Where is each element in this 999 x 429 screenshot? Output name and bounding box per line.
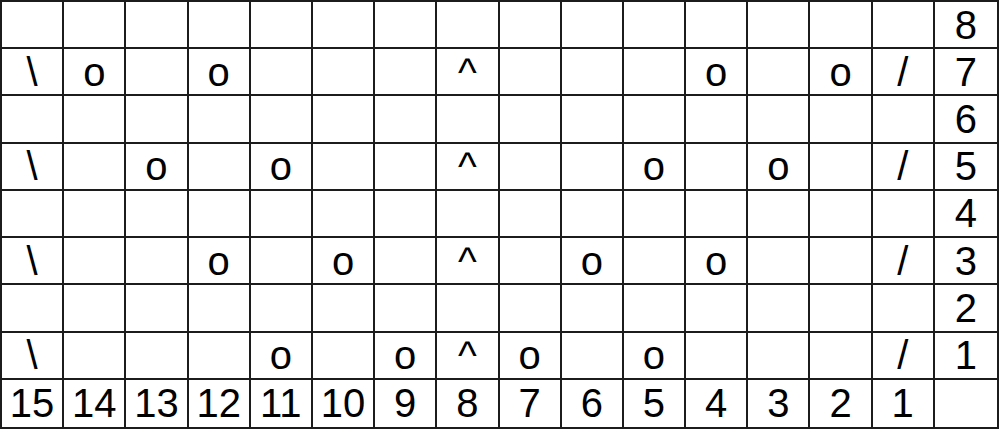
chart-cell-r8-c4	[686, 2, 748, 49]
cell-glyph: o	[581, 241, 603, 281]
chart-cell-r2-c2	[810, 285, 872, 332]
chart-cell-r2-c6	[562, 285, 624, 332]
cell-glyph: o	[705, 241, 727, 281]
chart-cell-r8-c7	[500, 2, 562, 49]
chart-cell-r7-c9	[375, 49, 437, 96]
chart-cell-r5-c14	[64, 144, 126, 191]
chart-cell-r3-c6: o	[562, 238, 624, 285]
chart-cell-r3-c1: /	[873, 238, 935, 285]
chart-cell-r2-c11	[251, 285, 313, 332]
chart-cell-r6-c14	[64, 96, 126, 143]
cell-glyph: 6	[955, 99, 977, 139]
cell-glyph: 5	[643, 383, 665, 423]
cell-glyph: o	[394, 335, 416, 375]
cell-glyph: 1	[955, 335, 977, 375]
chart-cell-r7-c8: ^	[437, 49, 499, 96]
chart-cell-r2-c12	[189, 285, 251, 332]
chart-cell-r7-c1: /	[873, 49, 935, 96]
chart-cell-r4-c8	[437, 191, 499, 238]
chart-cell-r5-c12	[189, 144, 251, 191]
chart-cell-r6-c6	[562, 96, 624, 143]
chart-cell-r4-c15	[2, 191, 64, 238]
chart-cell-r6-c12	[189, 96, 251, 143]
chart-cell-r2-c15	[2, 285, 64, 332]
cell-glyph: o	[643, 335, 665, 375]
chart-cell-r6-c4	[686, 96, 748, 143]
chart-cell-r3-c11	[251, 238, 313, 285]
cell-glyph: 15	[10, 383, 55, 423]
chart-cell-r5-c13: o	[126, 144, 188, 191]
chart-cell-r1-c1: /	[873, 333, 935, 380]
chart-cell-r8-c15	[2, 2, 64, 49]
chart-cell-r3-c9	[375, 238, 437, 285]
chart-cell-r6-c8	[437, 96, 499, 143]
chart-cell-r1-c4	[686, 333, 748, 380]
chart-cell-r1-c5: o	[624, 333, 686, 380]
chart-cell-r1-c9: o	[375, 333, 437, 380]
chart-cell-r5-c9	[375, 144, 437, 191]
chart-cell-r8-c9	[375, 2, 437, 49]
chart-cell-r5-c3: o	[748, 144, 810, 191]
chart-cell-r1-c10	[313, 333, 375, 380]
chart-cell-r8-c5	[624, 2, 686, 49]
chart-cell-r6-c5	[624, 96, 686, 143]
cell-glyph: o	[208, 52, 230, 92]
chart-cell-r8-c2	[810, 2, 872, 49]
chart-cell-r3-c5	[624, 238, 686, 285]
chart-cell-r2-c7	[500, 285, 562, 332]
chart-cell-r4-c3	[748, 191, 810, 238]
cell-glyph: /	[897, 146, 908, 186]
col-label-3: 3	[748, 380, 810, 427]
chart-cell-r7-c7	[500, 49, 562, 96]
chart-cell-r1-c3	[748, 333, 810, 380]
cell-glyph: ^	[458, 335, 477, 375]
chart-cell-r3-c4: o	[686, 238, 748, 285]
row-label-7: 7	[935, 49, 997, 96]
col-label-5: 5	[624, 380, 686, 427]
row-label-5: 5	[935, 144, 997, 191]
chart-cell-r2-c13	[126, 285, 188, 332]
col-label-4: 4	[686, 380, 748, 427]
chart-cell-r4-c10	[313, 191, 375, 238]
cell-glyph: \	[27, 52, 38, 92]
chart-cell-r7-c2: o	[810, 49, 872, 96]
cell-glyph: o	[518, 335, 540, 375]
chart-cell-r5-c15: \	[2, 144, 64, 191]
chart-cell-r8-c6	[562, 2, 624, 49]
cell-glyph: 7	[955, 52, 977, 92]
cell-glyph: o	[705, 52, 727, 92]
chart-cell-r6-c9	[375, 96, 437, 143]
chart-cell-r7-c13	[126, 49, 188, 96]
cell-glyph: o	[208, 241, 230, 281]
col-label-14: 14	[64, 380, 126, 427]
row-label-6: 6	[935, 96, 997, 143]
chart-cell-r3-c10: o	[313, 238, 375, 285]
chart-cell-r7-c11	[251, 49, 313, 96]
cell-glyph: o	[643, 146, 665, 186]
chart-cell-r2-c10	[313, 285, 375, 332]
cell-glyph: 8	[456, 383, 478, 423]
chart-cell-r3-c8: ^	[437, 238, 499, 285]
chart-cell-r5-c11: o	[251, 144, 313, 191]
chart-cell-r3-c2	[810, 238, 872, 285]
chart-cell-r2-c9	[375, 285, 437, 332]
chart-cell-r7-c14: o	[64, 49, 126, 96]
cell-glyph: 7	[518, 383, 540, 423]
chart-cell-r2-c8	[437, 285, 499, 332]
chart-cell-r4-c6	[562, 191, 624, 238]
cell-glyph: 1	[892, 383, 914, 423]
cell-glyph: 11	[260, 383, 302, 423]
cell-glyph: ^	[458, 146, 477, 186]
chart-cell-r6-c7	[500, 96, 562, 143]
chart-cell-r5-c4	[686, 144, 748, 191]
row-label-8: 8	[935, 2, 997, 49]
chart-cell-r5-c5: o	[624, 144, 686, 191]
cell-glyph: \	[27, 146, 38, 186]
chart-cell-r1-c15: \	[2, 333, 64, 380]
chart-cell-r6-c2	[810, 96, 872, 143]
chart-cell-r1-c11: o	[251, 333, 313, 380]
chart-cell-r4-c9	[375, 191, 437, 238]
col-label-11: 11	[251, 380, 313, 427]
chart-cell-r3-c7	[500, 238, 562, 285]
cell-glyph: 14	[72, 383, 117, 423]
chart-cell-r4-c12	[189, 191, 251, 238]
chart-cell-r4-c7	[500, 191, 562, 238]
row-label-3: 3	[935, 238, 997, 285]
chart-cell-r7-c3	[748, 49, 810, 96]
knitting-chart-grid: 8\oo^oo/76\oo^oo/54\oo^oo/32\oo^oo/11514…	[0, 0, 999, 429]
chart-cell-r1-c12	[189, 333, 251, 380]
col-label-12: 12	[189, 380, 251, 427]
col-label-1: 1	[873, 380, 935, 427]
chart-cell-r5-c7	[500, 144, 562, 191]
chart-cell-r2-c1	[873, 285, 935, 332]
chart-cell-r6-c15	[2, 96, 64, 143]
chart-cell-r4-c1	[873, 191, 935, 238]
chart-cell-r8-c10	[313, 2, 375, 49]
chart-cell-r5-c6	[562, 144, 624, 191]
chart-cell-r4-c4	[686, 191, 748, 238]
cell-glyph: 4	[955, 193, 977, 233]
chart-cell-r1-c2	[810, 333, 872, 380]
col-label-15: 15	[2, 380, 64, 427]
cell-glyph: 9	[394, 383, 416, 423]
chart-cell-r2-c14	[64, 285, 126, 332]
cell-glyph: 2	[955, 288, 977, 328]
col-label-7: 7	[500, 380, 562, 427]
chart-cell-r1-c13	[126, 333, 188, 380]
chart-cell-r7-c6	[562, 49, 624, 96]
cell-glyph: ^	[458, 241, 477, 281]
chart-cell-r5-c1: /	[873, 144, 935, 191]
chart-cell-r6-c10	[313, 96, 375, 143]
chart-cell-r3-c3	[748, 238, 810, 285]
cell-glyph: 3	[767, 383, 789, 423]
chart-cell-r1-c8: ^	[437, 333, 499, 380]
col-label-2: 2	[810, 380, 872, 427]
col-label-13: 13	[126, 380, 188, 427]
chart-cell-r3-c15: \	[2, 238, 64, 285]
cell-glyph: o	[270, 335, 292, 375]
cell-glyph: 8	[955, 5, 977, 45]
cell-glyph: o	[829, 52, 851, 92]
chart-cell-r5-c2	[810, 144, 872, 191]
cell-glyph: 6	[581, 383, 603, 423]
chart-cell-r8-c3	[748, 2, 810, 49]
chart-cell-r8-c12	[189, 2, 251, 49]
chart-cell-r7-c15: \	[2, 49, 64, 96]
chart-cell-r8-c1	[873, 2, 935, 49]
cell-glyph: \	[27, 335, 38, 375]
col-label-8: 8	[437, 380, 499, 427]
cell-glyph: /	[897, 241, 908, 281]
chart-cell-r1-c7: o	[500, 333, 562, 380]
chart-cell-r4-c11	[251, 191, 313, 238]
chart-cell-r8-c13	[126, 2, 188, 49]
cell-glyph: o	[145, 146, 167, 186]
chart-cell-r7-c4: o	[686, 49, 748, 96]
chart-cell-r1-c6	[562, 333, 624, 380]
chart-cell-r4-c5	[624, 191, 686, 238]
chart-cell-r5-c10	[313, 144, 375, 191]
cell-glyph: 4	[705, 383, 727, 423]
col-label-6: 6	[562, 380, 624, 427]
chart-cell-r3-c14	[64, 238, 126, 285]
cell-glyph: 3	[955, 241, 977, 281]
chart-cell-r6-c1	[873, 96, 935, 143]
chart-cell-r7-c10	[313, 49, 375, 96]
cell-glyph: o	[83, 52, 105, 92]
col-label-10: 10	[313, 380, 375, 427]
cell-glyph: o	[332, 241, 354, 281]
cell-glyph: ^	[458, 52, 477, 92]
chart-cell-r3-c13	[126, 238, 188, 285]
chart-cell-r6-c13	[126, 96, 188, 143]
cell-glyph: /	[897, 52, 908, 92]
row-label-2: 2	[935, 285, 997, 332]
cell-glyph: \	[27, 241, 38, 281]
chart-cell-r2-c4	[686, 285, 748, 332]
cell-glyph: o	[767, 146, 789, 186]
cell-glyph: 2	[829, 383, 851, 423]
chart-cell-r8-c14	[64, 2, 126, 49]
chart-cell-r4-c13	[126, 191, 188, 238]
chart-cell-r8-c11	[251, 2, 313, 49]
chart-cell-r7-c5	[624, 49, 686, 96]
row-label-4: 4	[935, 191, 997, 238]
cell-glyph: 5	[955, 146, 977, 186]
chart-cell-r2-c5	[624, 285, 686, 332]
corner-cell	[935, 380, 997, 427]
cell-glyph: o	[270, 146, 292, 186]
chart-cell-r3-c12: o	[189, 238, 251, 285]
chart-cell-r7-c12: o	[189, 49, 251, 96]
chart-cell-r6-c3	[748, 96, 810, 143]
chart-cell-r4-c2	[810, 191, 872, 238]
chart-cell-r8-c8	[437, 2, 499, 49]
cell-glyph: 13	[134, 383, 179, 423]
chart-cell-r6-c11	[251, 96, 313, 143]
chart-cell-r1-c14	[64, 333, 126, 380]
col-label-9: 9	[375, 380, 437, 427]
chart-cell-r2-c3	[748, 285, 810, 332]
chart-cell-r4-c14	[64, 191, 126, 238]
cell-glyph: 12	[196, 383, 241, 423]
row-label-1: 1	[935, 333, 997, 380]
cell-glyph: 10	[321, 383, 366, 423]
cell-glyph: /	[897, 335, 908, 375]
chart-cell-r5-c8: ^	[437, 144, 499, 191]
